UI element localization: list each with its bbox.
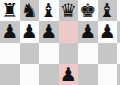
square-f8[interactable]: ♝ — [98, 0, 118, 21]
square-g7[interactable] — [117, 21, 120, 42]
square-g5[interactable] — [117, 64, 120, 85]
square-c8[interactable]: ♝ — [39, 0, 59, 21]
square-e6[interactable] — [78, 43, 98, 64]
black-pawn-piece: ♟ — [99, 22, 116, 41]
black-pawn-piece: ♟ — [79, 22, 96, 41]
black-pawn-piece: ♟ — [21, 22, 38, 41]
square-f7[interactable]: ♟ — [98, 21, 118, 42]
square-a5[interactable] — [0, 64, 20, 85]
square-e7[interactable]: ♟ — [78, 21, 98, 42]
square-e8[interactable]: ♚ — [78, 0, 98, 21]
black-bishop-piece: ♝ — [40, 1, 57, 20]
square-d5[interactable]: ♟ — [59, 64, 79, 85]
black-queen-piece: ♛ — [60, 1, 77, 20]
black-king-piece: ♚ — [79, 1, 96, 20]
black-knight-piece: ♞ — [21, 1, 38, 20]
square-g6[interactable] — [117, 43, 120, 64]
chess-board: ♜♞♝♛♚♝♟♟♟♟♟♟ — [0, 0, 120, 85]
square-g8[interactable] — [117, 0, 120, 21]
square-a8[interactable]: ♜ — [0, 0, 20, 21]
square-f6[interactable] — [98, 43, 118, 64]
square-c7[interactable]: ♟ — [39, 21, 59, 42]
square-b6[interactable] — [20, 43, 40, 64]
square-c6[interactable] — [39, 43, 59, 64]
square-b7[interactable]: ♟ — [20, 21, 40, 42]
square-f5[interactable] — [98, 64, 118, 85]
square-d8[interactable]: ♛ — [59, 0, 79, 21]
black-pawn-piece: ♟ — [1, 22, 18, 41]
square-e5[interactable] — [78, 64, 98, 85]
square-b8[interactable]: ♞ — [20, 0, 40, 21]
black-bishop-piece: ♝ — [99, 1, 116, 20]
black-pawn-piece: ♟ — [40, 22, 57, 41]
square-c5[interactable] — [39, 64, 59, 85]
square-b5[interactable] — [20, 64, 40, 85]
square-a7[interactable]: ♟ — [0, 21, 20, 42]
black-pawn-piece: ♟ — [60, 64, 77, 83]
square-d7[interactable] — [59, 21, 79, 42]
black-rook-piece: ♜ — [1, 1, 18, 20]
square-a6[interactable] — [0, 43, 20, 64]
square-d6[interactable] — [59, 43, 79, 64]
